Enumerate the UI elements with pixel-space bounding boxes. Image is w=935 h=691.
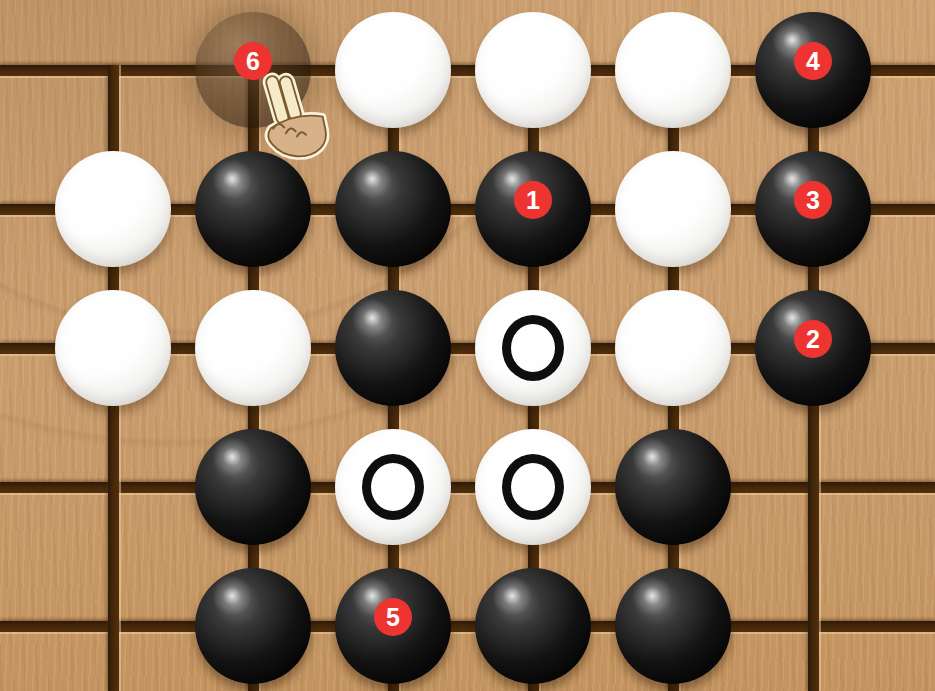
white-stone bbox=[55, 151, 171, 267]
board-intersection[interactable] bbox=[84, 597, 142, 655]
black-stone bbox=[335, 151, 451, 267]
white-stone bbox=[335, 429, 451, 545]
black-stone: 5 bbox=[335, 568, 451, 684]
move-number-badge: 4 bbox=[794, 42, 832, 80]
ghost-stone-preview[interactable]: 6 bbox=[195, 12, 311, 128]
circle-marker bbox=[362, 454, 424, 520]
black-stone bbox=[475, 568, 591, 684]
black-stone bbox=[195, 429, 311, 545]
board-intersection[interactable] bbox=[784, 458, 842, 516]
move-number-badge: 3 bbox=[794, 181, 832, 219]
white-stone bbox=[475, 290, 591, 406]
white-stone bbox=[335, 12, 451, 128]
white-stone bbox=[475, 12, 591, 128]
board-intersection[interactable] bbox=[784, 597, 842, 655]
go-board: 641325 bbox=[0, 0, 935, 691]
black-stone bbox=[615, 568, 731, 684]
move-number-badge: 6 bbox=[234, 42, 272, 80]
board-intersection[interactable] bbox=[84, 41, 142, 99]
black-stone: 3 bbox=[755, 151, 871, 267]
white-stone bbox=[615, 151, 731, 267]
black-stone bbox=[335, 290, 451, 406]
move-number-badge: 5 bbox=[374, 598, 412, 636]
black-stone bbox=[615, 429, 731, 545]
circle-marker bbox=[502, 454, 564, 520]
black-stone: 1 bbox=[475, 151, 591, 267]
white-stone bbox=[475, 429, 591, 545]
white-stone bbox=[195, 290, 311, 406]
black-stone: 4 bbox=[755, 12, 871, 128]
board-intersection[interactable] bbox=[84, 458, 142, 516]
black-stone bbox=[195, 568, 311, 684]
move-number-badge: 2 bbox=[794, 320, 832, 358]
white-stone bbox=[615, 12, 731, 128]
white-stone bbox=[615, 290, 731, 406]
black-stone bbox=[195, 151, 311, 267]
circle-marker bbox=[502, 315, 564, 381]
black-stone: 2 bbox=[755, 290, 871, 406]
white-stone bbox=[55, 290, 171, 406]
move-number-badge: 1 bbox=[514, 181, 552, 219]
